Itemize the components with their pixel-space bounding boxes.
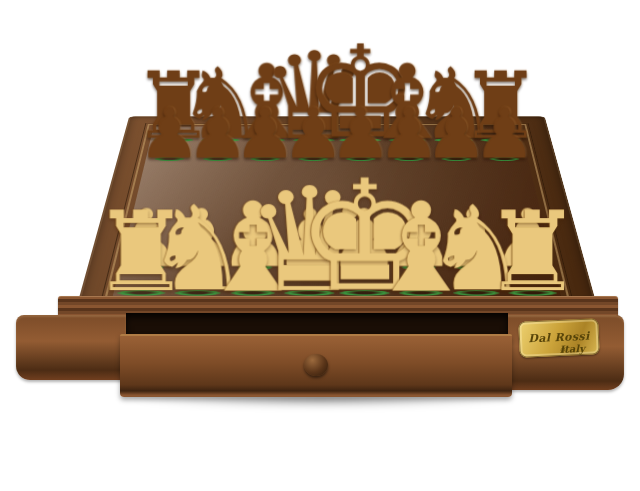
felt-base: [453, 290, 500, 296]
felt-base: [347, 265, 382, 270]
black-rook-glyph: ♜: [459, 60, 542, 152]
registered-mark: ®: [559, 344, 565, 355]
felt-base: [346, 157, 376, 161]
piece-white-pawn-e2: ♟: [327, 233, 402, 268]
drawer-knob: [304, 354, 328, 376]
white-knight-glyph: ♞: [424, 191, 529, 308]
black-pawn-glyph: ♟: [425, 98, 488, 168]
black-bishop-glyph: ♝: [221, 50, 314, 154]
felt-base: [231, 290, 276, 296]
white-pawn-glyph: ♟: [437, 199, 508, 279]
chess-board: ♜♞♝♛♚♝♞♜♟♟♟♟♟♟♟♟♟♟♟♟♟♟♟♟♜♞♝♛♚♝♞♜: [74, 116, 599, 315]
box-base-left: [16, 315, 126, 380]
felt-base: [398, 290, 443, 296]
piece-black-pawn-h7: ♟: [467, 132, 538, 159]
piece-white-rook-h1: ♜: [486, 244, 572, 293]
black-knight-glyph: ♞: [410, 55, 498, 153]
black-pawn-glyph: ♟: [330, 98, 393, 168]
black-bishop-glyph: ♝: [361, 50, 454, 154]
white-pawn-glyph: ♟: [220, 199, 291, 279]
felt-base: [339, 138, 382, 142]
felt-base: [441, 157, 472, 161]
piece-black-rook-h8: ♜: [462, 106, 533, 141]
black-rook-glyph: ♜: [132, 60, 215, 152]
felt-base: [129, 265, 165, 270]
felt-base: [292, 138, 335, 142]
piece-black-pawn-f7: ♟: [374, 132, 442, 159]
piece-white-pawn-c2: ♟: [218, 233, 295, 268]
black-pawn-glyph: ♟: [282, 98, 345, 168]
white-bishop-glyph: ♝: [365, 185, 476, 309]
piece-black-bishop-c8: ♝: [235, 102, 302, 140]
felt-base: [201, 138, 240, 142]
felt-base: [292, 265, 327, 270]
piece-black-bishop-f8: ♝: [373, 102, 440, 140]
piece-black-pawn-a7: ♟: [137, 132, 208, 159]
piece-black-rook-a8: ♜: [141, 106, 212, 141]
piece-white-queen-d1: ♛: [270, 231, 347, 294]
white-pawn-glyph: ♟: [383, 199, 454, 279]
felt-base: [202, 157, 233, 161]
piece-white-pawn-b2: ♟: [163, 233, 242, 268]
felt-base: [401, 265, 436, 270]
piece-white-knight-b1: ♞: [159, 241, 242, 293]
felt-base: [480, 138, 521, 142]
white-pawn-glyph: ♟: [165, 199, 236, 279]
felt-base: [455, 265, 490, 270]
piece-black-knight-g8: ♞: [417, 104, 486, 140]
black-knight-glyph: ♞: [176, 55, 264, 153]
piece-white-bishop-f1: ♝: [379, 239, 459, 294]
piece-white-pawn-h2: ♟: [484, 233, 565, 268]
felt-base: [153, 138, 194, 142]
piece-white-knight-g1: ♞: [432, 241, 515, 293]
brand-plaque: Dal Rossi Italy®: [518, 318, 599, 357]
piece-white-pawn-a2: ♟: [109, 233, 190, 268]
felt-base: [508, 290, 558, 296]
white-pawn-glyph: ♟: [328, 199, 399, 279]
white-bishop-glyph: ♝: [198, 185, 309, 309]
black-pawn-glyph: ♟: [234, 98, 297, 168]
piece-black-pawn-d7: ♟: [280, 132, 346, 159]
piece-black-king-e8: ♚: [328, 94, 393, 141]
felt-base: [117, 290, 167, 296]
piece-black-pawn-c7: ♟: [232, 132, 300, 159]
piece-white-king-e1: ♚: [326, 227, 403, 293]
felt-base: [250, 157, 281, 161]
piece-black-knight-b8: ♞: [188, 104, 257, 140]
piece-black-pawn-e7: ♟: [328, 132, 394, 159]
felt-base: [184, 265, 219, 270]
black-pawn-glyph: ♟: [138, 98, 201, 168]
black-pawn-glyph: ♟: [377, 98, 440, 168]
black-pawn-glyph: ♟: [186, 98, 249, 168]
felt-base: [434, 138, 473, 142]
piece-white-bishop-c1: ♝: [214, 239, 294, 294]
felt-base: [509, 265, 545, 270]
felt-base: [339, 290, 390, 296]
storage-drawer: [120, 334, 512, 397]
white-knight-glyph: ♞: [145, 191, 250, 308]
white-pawn-glyph: ♟: [491, 199, 562, 279]
felt-base: [248, 138, 285, 142]
black-king-glyph: ♚: [303, 30, 417, 158]
felt-base: [393, 157, 424, 161]
black-queen-glyph: ♛: [260, 36, 368, 156]
felt-base: [174, 290, 221, 296]
felt-base: [298, 157, 328, 161]
piece-black-queen-d8: ♛: [281, 96, 346, 140]
piece-white-pawn-g2: ♟: [431, 233, 510, 268]
piece-black-pawn-g7: ♟: [420, 132, 489, 159]
felt-base: [154, 157, 185, 161]
white-queen-glyph: ♛: [245, 168, 374, 312]
white-rook-glyph: ♜: [92, 197, 191, 308]
piece-white-pawn-d2: ♟: [272, 233, 347, 268]
felt-base: [388, 138, 425, 142]
white-rook-glyph: ♜: [483, 197, 582, 308]
black-pawn-glyph: ♟: [473, 98, 536, 168]
chess-set-photo: ♜♞♝♛♚♝♞♜♟♟♟♟♟♟♟♟♟♟♟♟♟♟♟♟♜♞♝♛♚♝♞♜ Dal Ros…: [0, 0, 640, 491]
felt-base: [283, 290, 334, 296]
white-pawn-glyph: ♟: [274, 199, 345, 279]
piece-white-rook-a1: ♜: [103, 244, 189, 293]
felt-base: [489, 157, 520, 161]
white-king-glyph: ♚: [296, 160, 433, 313]
piece-white-pawn-f2: ♟: [379, 233, 456, 268]
felt-base: [238, 265, 273, 270]
white-pawn-glyph: ♟: [111, 199, 182, 279]
piece-black-pawn-b7: ♟: [184, 132, 253, 159]
